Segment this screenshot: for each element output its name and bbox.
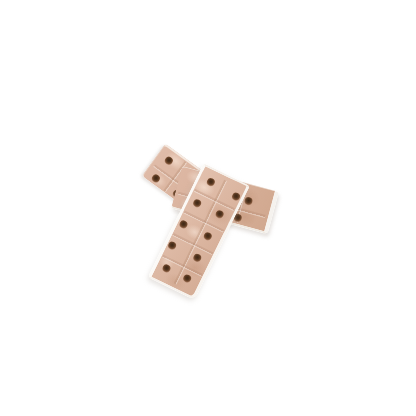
docking-hole bbox=[161, 264, 172, 275]
docking-hole bbox=[203, 231, 214, 242]
score-line bbox=[195, 189, 235, 210]
docking-hole bbox=[181, 273, 192, 284]
docking-hole bbox=[205, 177, 216, 188]
docking-hole bbox=[214, 209, 225, 220]
docking-hole bbox=[179, 219, 190, 230]
docking-hole bbox=[243, 197, 253, 207]
docking-hole bbox=[166, 240, 177, 251]
docking-hole bbox=[163, 155, 174, 166]
docking-hole bbox=[192, 253, 203, 264]
product-photo bbox=[0, 0, 416, 416]
docking-hole bbox=[231, 191, 242, 202]
docking-hole bbox=[150, 173, 161, 184]
docking-hole bbox=[192, 198, 203, 209]
